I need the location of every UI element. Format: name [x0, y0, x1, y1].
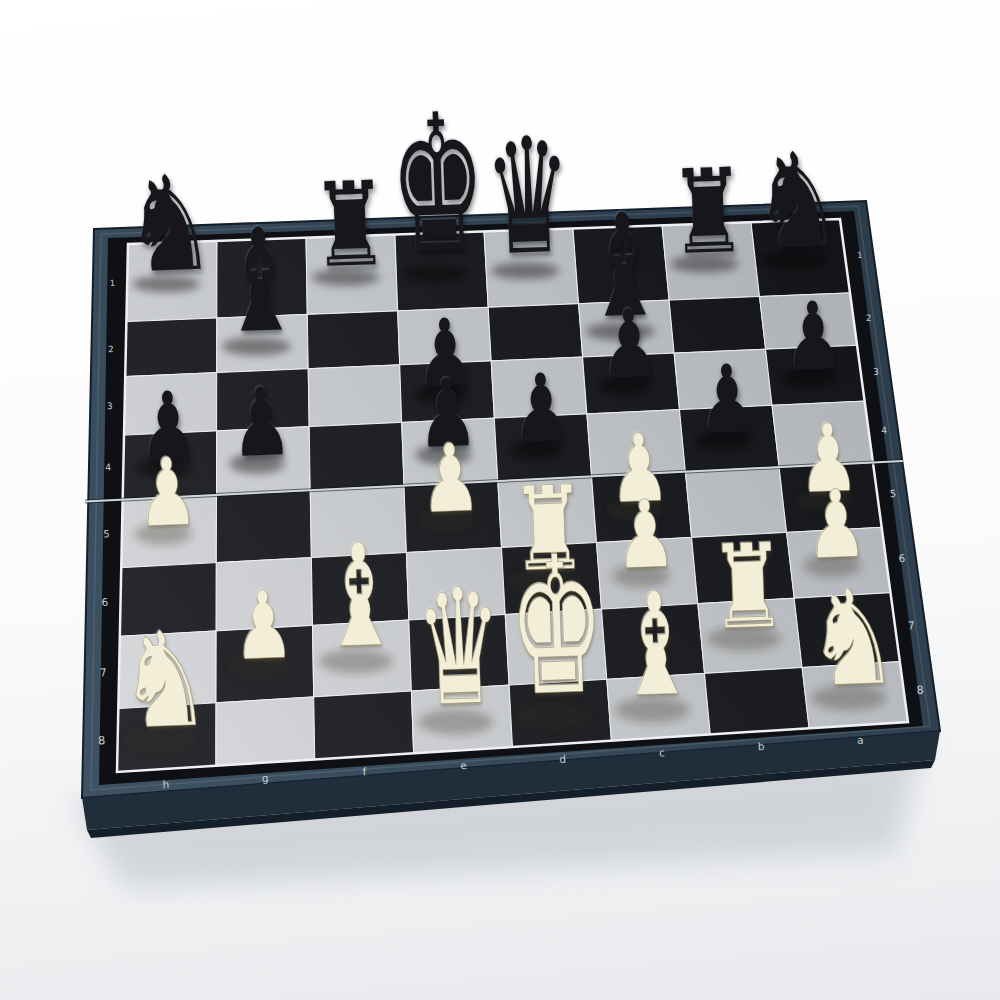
rank-label-right-5: 5 — [889, 488, 896, 499]
rank-label-right-6: 6 — [898, 552, 906, 564]
square-h3[interactable] — [124, 373, 217, 436]
square-c7[interactable] — [602, 604, 705, 680]
file-label-c: c — [659, 746, 666, 758]
square-h2[interactable] — [125, 318, 217, 377]
square-h7[interactable] — [118, 631, 216, 709]
rank-label-right-7: 7 — [907, 619, 915, 632]
file-label-e: e — [460, 759, 468, 771]
file-label-d: d — [559, 753, 567, 765]
square-f2[interactable] — [307, 311, 399, 369]
file-label-g: g — [262, 772, 270, 784]
square-f6[interactable] — [311, 553, 408, 626]
square-e2[interactable] — [398, 307, 492, 365]
rank-label-right-1: 1 — [857, 250, 863, 260]
square-c4[interactable] — [587, 410, 686, 477]
rank-label-left-1: 1 — [110, 278, 116, 288]
square-g8[interactable] — [216, 697, 315, 766]
rank-label-left-8: 8 — [98, 734, 106, 747]
square-d5[interactable] — [498, 476, 597, 547]
square-d2[interactable] — [488, 304, 582, 361]
rank-label-left-2: 2 — [108, 344, 115, 354]
rank-label-left-7: 7 — [100, 666, 108, 679]
square-e6[interactable] — [406, 548, 505, 621]
square-h6[interactable] — [120, 563, 217, 637]
square-f5[interactable] — [310, 486, 406, 558]
rank-label-left-3: 3 — [106, 401, 113, 411]
square-g6[interactable] — [216, 558, 312, 631]
square-a2[interactable] — [760, 293, 858, 349]
square-a7[interactable] — [794, 593, 900, 668]
square-b8[interactable] — [705, 668, 810, 735]
file-label-f: f — [362, 765, 367, 777]
square-a4[interactable] — [772, 401, 873, 467]
chess-board: 1122334455667788hgfedcba — [0, 0, 1000, 1000]
rank-label-right-8: 8 — [916, 684, 924, 697]
rank-label-right-2: 2 — [866, 313, 873, 323]
rank-label-right-3: 3 — [873, 367, 880, 377]
chess-scene: 1122334455667788hgfedcba ♞♜♛♚♜♞♝♝♟♟♟♟♟♟♟… — [0, 0, 1000, 1000]
rank-label-left-5: 5 — [103, 528, 110, 539]
square-b3[interactable] — [674, 349, 772, 409]
file-label-a: a — [857, 734, 865, 746]
square-b5[interactable] — [685, 467, 786, 537]
rank-label-right-4: 4 — [881, 424, 888, 435]
square-e7[interactable] — [409, 615, 509, 692]
square-g1[interactable] — [217, 238, 307, 318]
rank-label-left-4: 4 — [105, 461, 112, 472]
square-d7[interactable] — [505, 609, 607, 685]
square-g3[interactable] — [217, 369, 310, 431]
rank-label-left-6: 6 — [101, 596, 109, 608]
square-b6[interactable] — [692, 532, 795, 603]
file-label-b: b — [757, 740, 765, 752]
file-label-h: h — [162, 778, 170, 790]
square-c1[interactable] — [573, 225, 669, 303]
square-g5[interactable] — [216, 490, 311, 562]
square-f3[interactable] — [308, 365, 402, 427]
square-d3[interactable] — [491, 357, 587, 418]
square-f4[interactable] — [309, 422, 404, 490]
square-f8[interactable] — [314, 691, 414, 760]
square-b2[interactable] — [669, 297, 766, 354]
